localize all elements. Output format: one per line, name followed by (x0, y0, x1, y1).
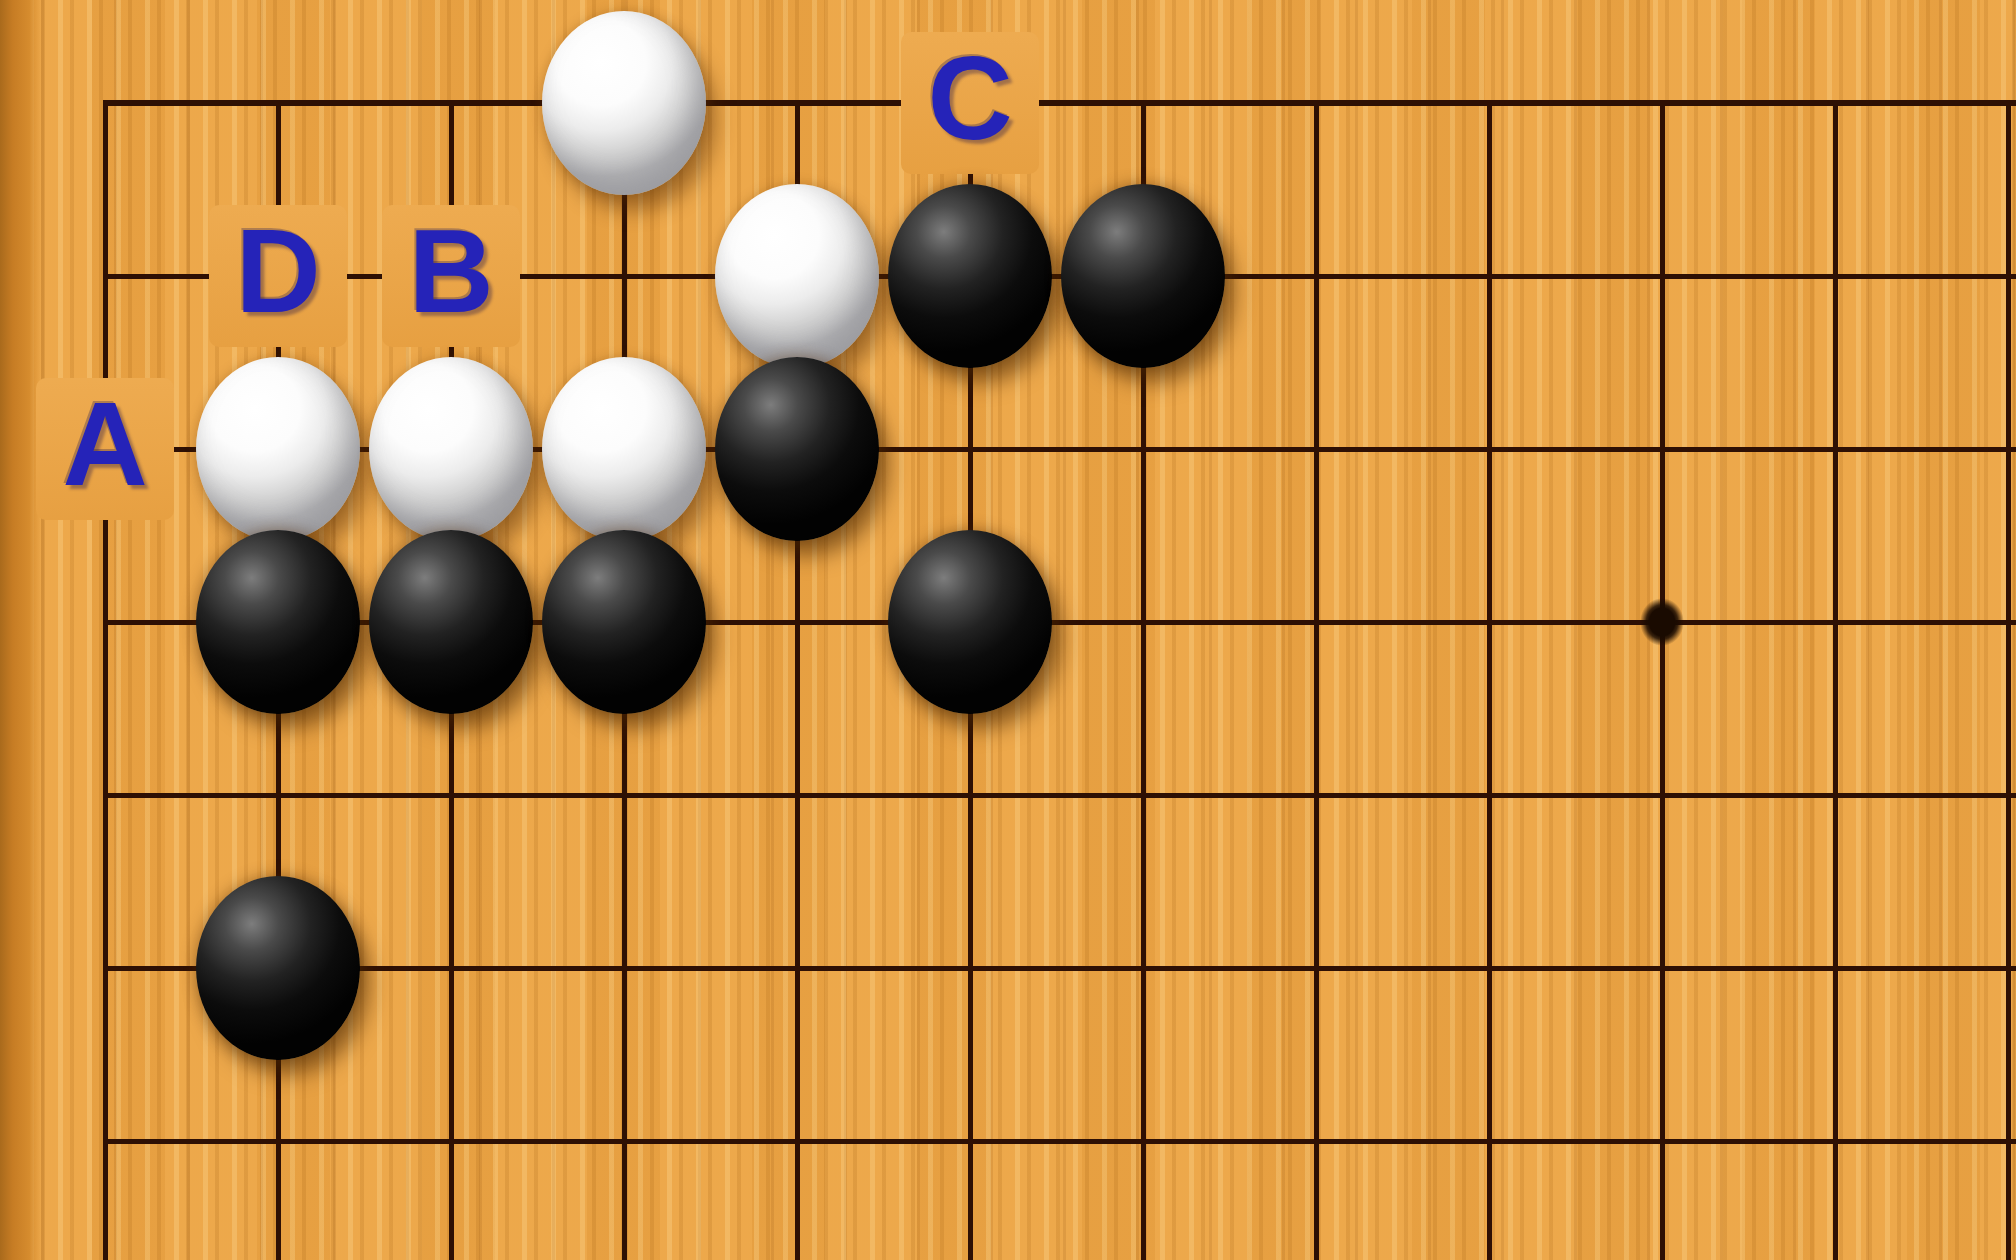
grid-line-vertical (1314, 101, 1319, 1260)
black-stone (369, 530, 533, 714)
black-stone (196, 530, 360, 714)
black-stone (196, 876, 360, 1060)
grid-line-vertical (2006, 101, 2011, 1260)
black-stone (888, 184, 1052, 368)
go-board: ABCD (0, 0, 2016, 1260)
black-stone (715, 357, 879, 541)
black-stone (542, 530, 706, 714)
grid-line-vertical (1487, 101, 1492, 1260)
grid-line-horizontal (103, 793, 2016, 798)
grid-line-horizontal (103, 966, 2016, 971)
black-stone (888, 530, 1052, 714)
point-label-a[interactable]: A (62, 385, 147, 503)
star-point-hoshi (1640, 598, 1684, 646)
point-label-d[interactable]: D (235, 212, 320, 330)
white-stone (715, 184, 879, 368)
point-label-b[interactable]: B (408, 212, 493, 330)
point-label-c[interactable]: C (927, 39, 1012, 157)
grid-line-vertical (103, 101, 108, 1260)
board-left-edge-shading (0, 0, 42, 1260)
white-stone (369, 357, 533, 541)
grid-line-horizontal (103, 1139, 2016, 1144)
white-stone (542, 357, 706, 541)
grid-line-vertical (1660, 101, 1665, 1260)
grid-line-vertical (1833, 101, 1838, 1260)
white-stone (196, 357, 360, 541)
white-stone (542, 11, 706, 195)
grid-line-horizontal (103, 100, 2016, 106)
black-stone (1061, 184, 1225, 368)
